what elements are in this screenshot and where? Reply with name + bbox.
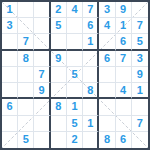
cell-r9c2[interactable]: 5 bbox=[18, 132, 34, 148]
cell-r6c3[interactable]: 9 bbox=[34, 83, 50, 99]
cell-r8c7[interactable] bbox=[99, 116, 115, 132]
given-digit: 5 bbox=[137, 36, 143, 47]
cell-r9c7[interactable]: 8 bbox=[99, 132, 115, 148]
cell-r5c6[interactable] bbox=[83, 67, 99, 83]
cell-r5c5[interactable]: 5 bbox=[67, 67, 83, 83]
cell-r8c8[interactable] bbox=[116, 116, 132, 132]
cell-r5c1[interactable] bbox=[2, 67, 18, 83]
cell-r3c9[interactable]: 5 bbox=[132, 34, 148, 50]
given-digit: 3 bbox=[104, 4, 110, 15]
cell-r1c6[interactable]: 7 bbox=[83, 2, 99, 18]
cell-r4c4[interactable]: 9 bbox=[51, 51, 67, 67]
given-digit: 6 bbox=[87, 20, 93, 31]
cell-r9c1[interactable] bbox=[2, 132, 18, 148]
cell-r6c7[interactable] bbox=[99, 83, 115, 99]
given-digit: 5 bbox=[71, 69, 77, 80]
cell-r6c6[interactable]: 8 bbox=[83, 83, 99, 99]
cell-r3c2[interactable]: 7 bbox=[18, 34, 34, 50]
cell-r9c9[interactable] bbox=[132, 132, 148, 148]
cell-r3c4[interactable] bbox=[51, 34, 67, 50]
cell-r8c4[interactable] bbox=[51, 116, 67, 132]
cell-r1c7[interactable]: 3 bbox=[99, 2, 115, 18]
given-digit: 1 bbox=[87, 118, 93, 129]
cell-r3c5[interactable] bbox=[67, 34, 83, 50]
cell-r8c2[interactable] bbox=[18, 116, 34, 132]
cell-r2c2[interactable] bbox=[18, 18, 34, 34]
cell-r1c5[interactable]: 4 bbox=[67, 2, 83, 18]
cell-r4c2[interactable]: 8 bbox=[18, 51, 34, 67]
sudoku-grid: 12473935641771658967375998416815175286 bbox=[2, 2, 148, 148]
cell-r2c6[interactable]: 6 bbox=[83, 18, 99, 34]
cell-r8c3[interactable] bbox=[34, 116, 50, 132]
given-digit: 8 bbox=[23, 53, 29, 64]
cell-r4c6[interactable] bbox=[83, 51, 99, 67]
cell-r6c9[interactable]: 1 bbox=[132, 83, 148, 99]
given-digit: 1 bbox=[87, 36, 93, 47]
cell-r9c6[interactable] bbox=[83, 132, 99, 148]
given-digit: 1 bbox=[7, 4, 13, 15]
cell-r3c1[interactable] bbox=[2, 34, 18, 50]
cell-r7c2[interactable] bbox=[18, 99, 34, 115]
given-digit: 7 bbox=[137, 20, 143, 31]
cell-r5c3[interactable]: 7 bbox=[34, 67, 50, 83]
cell-r6c8[interactable]: 4 bbox=[116, 83, 132, 99]
sudoku-board: 12473935641771658967375998416815175286 bbox=[0, 0, 150, 150]
cell-r7c8[interactable] bbox=[116, 99, 132, 115]
cell-r7c3[interactable] bbox=[34, 99, 50, 115]
cell-r5c7[interactable] bbox=[99, 67, 115, 83]
cell-r6c5[interactable] bbox=[67, 83, 83, 99]
cell-r1c1[interactable]: 1 bbox=[2, 2, 18, 18]
cell-r9c5[interactable]: 2 bbox=[67, 132, 83, 148]
cell-r1c4[interactable]: 2 bbox=[51, 2, 67, 18]
cell-r7c4[interactable]: 8 bbox=[51, 99, 67, 115]
given-digit: 3 bbox=[7, 20, 13, 31]
cell-r8c1[interactable] bbox=[2, 116, 18, 132]
given-digit: 7 bbox=[23, 36, 29, 47]
cell-r7c6[interactable] bbox=[83, 99, 99, 115]
given-digit: 1 bbox=[137, 85, 143, 96]
cell-r7c5[interactable]: 1 bbox=[67, 99, 83, 115]
cell-r9c8[interactable]: 6 bbox=[116, 132, 132, 148]
cell-r3c6[interactable]: 1 bbox=[83, 34, 99, 50]
cell-r7c9[interactable] bbox=[132, 99, 148, 115]
cell-r9c3[interactable] bbox=[34, 132, 50, 148]
cell-r2c4[interactable]: 5 bbox=[51, 18, 67, 34]
given-digit: 2 bbox=[55, 4, 61, 15]
given-digit: 9 bbox=[38, 85, 44, 96]
cell-r3c7[interactable] bbox=[99, 34, 115, 50]
given-digit: 9 bbox=[55, 53, 61, 64]
given-digit: 6 bbox=[7, 101, 13, 112]
cell-r2c3[interactable] bbox=[34, 18, 50, 34]
cell-r6c2[interactable] bbox=[18, 83, 34, 99]
given-digit: 8 bbox=[55, 101, 61, 112]
given-digit: 9 bbox=[137, 69, 143, 80]
given-digit: 9 bbox=[120, 4, 126, 15]
cell-r5c8[interactable] bbox=[116, 67, 132, 83]
given-digit: 6 bbox=[120, 36, 126, 47]
cell-r9c4[interactable] bbox=[51, 132, 67, 148]
cell-r4c5[interactable] bbox=[67, 51, 83, 67]
cell-r4c7[interactable]: 6 bbox=[99, 51, 115, 67]
cell-r2c7[interactable]: 4 bbox=[99, 18, 115, 34]
cell-r2c8[interactable]: 1 bbox=[116, 18, 132, 34]
cell-r4c3[interactable] bbox=[34, 51, 50, 67]
cell-r8c9[interactable]: 7 bbox=[132, 116, 148, 132]
cell-r1c3[interactable] bbox=[34, 2, 50, 18]
cell-r4c1[interactable] bbox=[2, 51, 18, 67]
given-digit: 8 bbox=[104, 134, 110, 145]
cell-r6c4[interactable] bbox=[51, 83, 67, 99]
given-digit: 7 bbox=[137, 118, 143, 129]
cell-r8c6[interactable]: 1 bbox=[83, 116, 99, 132]
given-digit: 4 bbox=[120, 85, 126, 96]
given-digit: 1 bbox=[120, 20, 126, 31]
cell-r8c5[interactable]: 5 bbox=[67, 116, 83, 132]
given-digit: 6 bbox=[120, 134, 126, 145]
cell-r7c7[interactable] bbox=[99, 99, 115, 115]
given-digit: 2 bbox=[71, 134, 77, 145]
cell-r2c9[interactable]: 7 bbox=[132, 18, 148, 34]
cell-r4c8[interactable]: 7 bbox=[116, 51, 132, 67]
cell-r4c9[interactable]: 3 bbox=[132, 51, 148, 67]
given-digit: 5 bbox=[23, 134, 29, 145]
given-digit: 7 bbox=[87, 4, 93, 15]
cell-r2c1[interactable]: 3 bbox=[2, 18, 18, 34]
cell-r5c4[interactable] bbox=[51, 67, 67, 83]
cell-r5c9[interactable]: 9 bbox=[132, 67, 148, 83]
cell-r1c8[interactable]: 9 bbox=[116, 2, 132, 18]
given-digit: 1 bbox=[71, 101, 77, 112]
given-digit: 6 bbox=[104, 53, 110, 64]
cell-r3c3[interactable] bbox=[34, 34, 50, 50]
cell-r3c8[interactable]: 6 bbox=[116, 34, 132, 50]
cell-r6c1[interactable] bbox=[2, 83, 18, 99]
given-digit: 5 bbox=[55, 20, 61, 31]
given-digit: 3 bbox=[137, 53, 143, 64]
given-digit: 4 bbox=[71, 4, 77, 15]
cell-r7c1[interactable]: 6 bbox=[2, 99, 18, 115]
cell-r1c2[interactable] bbox=[18, 2, 34, 18]
given-digit: 7 bbox=[38, 69, 44, 80]
given-digit: 7 bbox=[120, 53, 126, 64]
cell-r2c5[interactable] bbox=[67, 18, 83, 34]
given-digit: 8 bbox=[87, 85, 93, 96]
given-digit: 4 bbox=[104, 20, 110, 31]
cell-r5c2[interactable] bbox=[18, 67, 34, 83]
cell-r1c9[interactable] bbox=[132, 2, 148, 18]
given-digit: 5 bbox=[71, 118, 77, 129]
